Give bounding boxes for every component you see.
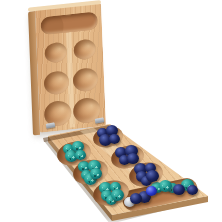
upper-half-top-edge bbox=[28, 0, 101, 12]
navy-gem bbox=[109, 134, 120, 144]
royal-gem bbox=[146, 186, 157, 196]
navy-gem bbox=[146, 170, 159, 182]
teal-gem bbox=[90, 168, 102, 179]
upper-store bbox=[40, 11, 98, 35]
upper-pit-grid bbox=[40, 33, 102, 130]
teal-gem bbox=[75, 150, 86, 160]
teal-gem bbox=[159, 180, 172, 192]
navy-gem bbox=[173, 184, 185, 195]
upper-pit-r2c1[interactable] bbox=[44, 71, 70, 96]
navy-gem bbox=[130, 193, 142, 204]
upper-pit-r2c2[interactable] bbox=[73, 68, 99, 93]
navy-gem bbox=[127, 153, 139, 164]
teal-gem bbox=[111, 189, 124, 201]
mancala-board-photo bbox=[0, 0, 222, 222]
upper-pit-r1c1[interactable] bbox=[44, 42, 67, 64]
upper-half-side-edge bbox=[28, 11, 40, 135]
navy-gem bbox=[187, 185, 198, 195]
upper-pit-r1c2[interactable] bbox=[73, 39, 96, 61]
upper-board-half bbox=[35, 3, 106, 133]
